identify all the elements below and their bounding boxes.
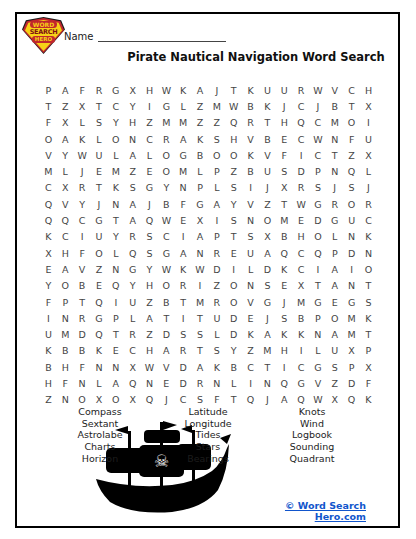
grid-cell: R xyxy=(175,343,192,359)
word-item: Sextant xyxy=(48,418,152,430)
grid-cell: N xyxy=(259,375,276,391)
grid-cell: K xyxy=(192,131,209,147)
grid-cell: C xyxy=(310,147,327,163)
grid-cell: I xyxy=(293,343,310,359)
grid-cell: V xyxy=(242,294,259,310)
grid-cell: Y xyxy=(141,261,158,277)
grid-cell: W xyxy=(192,261,209,277)
grid-cell: Z xyxy=(141,115,158,131)
grid-cell: N xyxy=(310,326,327,342)
grid-cell: C xyxy=(343,82,360,98)
grid-cell: S xyxy=(276,310,293,326)
grid-cell: T xyxy=(326,147,343,163)
grid-cell: K xyxy=(40,343,57,359)
grid-cell: L xyxy=(124,310,141,326)
logo-hero: HERO xyxy=(32,36,55,43)
grid-cell: Q xyxy=(107,278,124,294)
grid-cell: A xyxy=(175,245,192,261)
word-search-hero-link[interactable]: © Word Search Hero.com xyxy=(238,500,366,522)
grid-cell: K xyxy=(276,326,293,342)
grid-cell: M xyxy=(107,163,124,179)
grid-cell: J xyxy=(259,310,276,326)
grid-cell: N xyxy=(74,375,91,391)
grid-cell: T xyxy=(175,294,192,310)
grid-cell: B xyxy=(57,343,74,359)
grid-cell: Q xyxy=(276,245,293,261)
grid-cell: J xyxy=(276,294,293,310)
grid-cell: T xyxy=(107,326,124,342)
grid-cell: L xyxy=(91,375,108,391)
grid-cell: G xyxy=(310,294,327,310)
grid-cell: U xyxy=(259,163,276,179)
name-label: Name xyxy=(64,31,94,42)
grid-cell: Z xyxy=(91,261,108,277)
grid-cell: Q xyxy=(343,163,360,179)
grid-cell: A xyxy=(57,261,74,277)
grid-cell: D xyxy=(225,310,242,326)
grid-cell: G xyxy=(343,294,360,310)
name-row: Name xyxy=(64,31,226,42)
grid-cell: F xyxy=(74,82,91,98)
grid-cell: J xyxy=(276,98,293,114)
grid-cell: C xyxy=(293,131,310,147)
grid-cell: S xyxy=(225,212,242,228)
grid-cell: M xyxy=(259,343,276,359)
grid-cell: Z xyxy=(192,98,209,114)
grid-cell: H xyxy=(57,359,74,375)
grid-cell: I xyxy=(242,180,259,196)
name-blank-line xyxy=(98,31,226,42)
grid-cell: U xyxy=(91,147,108,163)
grid-cell: F xyxy=(74,245,91,261)
grid-cell: B xyxy=(242,98,259,114)
grid-cell: U xyxy=(242,245,259,261)
grid-cell: K xyxy=(360,229,377,245)
grid-cell: Y xyxy=(124,98,141,114)
grid-cell: Q xyxy=(276,375,293,391)
grid-cell: K xyxy=(107,180,124,196)
grid-cell: S xyxy=(208,343,225,359)
grid-cell: V xyxy=(242,131,259,147)
grid-cell: E xyxy=(242,310,259,326)
grid-cell: T xyxy=(310,278,327,294)
grid-cell: U xyxy=(343,212,360,228)
word-item: Logbook xyxy=(260,429,364,441)
grid-cell: D xyxy=(343,375,360,391)
grid-cell: M xyxy=(208,98,225,114)
grid-cell: X xyxy=(124,359,141,375)
grid-cell: S xyxy=(360,294,377,310)
grid-cell: C xyxy=(124,343,141,359)
grid-cell: N xyxy=(141,375,158,391)
word-item: Sounding xyxy=(260,441,364,453)
grid-cell: R xyxy=(74,180,91,196)
grid-cell: E xyxy=(175,212,192,228)
grid-cell: X xyxy=(276,180,293,196)
grid-cell: N xyxy=(107,196,124,212)
grid-cell: F xyxy=(40,294,57,310)
grid-cell: O xyxy=(158,278,175,294)
grid-cell: D xyxy=(208,261,225,277)
grid-cell: K xyxy=(242,82,259,98)
grid-cell: C xyxy=(158,229,175,245)
grid-cell: U xyxy=(259,82,276,98)
grid-cell: P xyxy=(360,343,377,359)
grid-cell: Y xyxy=(124,278,141,294)
word-item: Tides xyxy=(156,429,260,441)
grid-cell: O xyxy=(259,212,276,228)
grid-cell: O xyxy=(91,245,108,261)
grid-cell: E xyxy=(91,163,108,179)
grid-cell: O xyxy=(225,147,242,163)
grid-cell: C xyxy=(107,98,124,114)
grid-cell: T xyxy=(259,115,276,131)
grid-cell: V xyxy=(310,375,327,391)
grid-cell: Y xyxy=(107,115,124,131)
grid-cell: N xyxy=(208,375,225,391)
grid-cell: I xyxy=(141,98,158,114)
grid-cell: Y xyxy=(107,229,124,245)
grid-cell: A xyxy=(192,229,209,245)
grid-cell: D xyxy=(293,163,310,179)
grid-cell: U xyxy=(91,229,108,245)
grid-cell: F xyxy=(343,131,360,147)
grid-cell: N xyxy=(326,131,343,147)
grid-cell: S xyxy=(259,278,276,294)
word-item: Astrolabe xyxy=(48,429,152,441)
grid-cell: N xyxy=(175,180,192,196)
grid-cell: H xyxy=(360,82,377,98)
grid-cell: G xyxy=(91,212,108,228)
grid-cell: A xyxy=(124,196,141,212)
grid-cell: R xyxy=(208,294,225,310)
grid-cell: Q xyxy=(91,294,108,310)
grid-cell: J xyxy=(360,180,377,196)
grid-cell: U xyxy=(276,82,293,98)
grid-cell: A xyxy=(326,278,343,294)
grid-cell: B xyxy=(293,310,310,326)
grid-cell: S xyxy=(326,359,343,375)
grid-cell: X xyxy=(57,115,74,131)
grid-cell: W xyxy=(293,196,310,212)
grid-cell: B xyxy=(326,98,343,114)
grid-cell: D xyxy=(74,326,91,342)
grid-cell: G xyxy=(293,375,310,391)
grid-cell: K xyxy=(175,261,192,277)
grid-cell: S xyxy=(141,229,158,245)
grid-cell: Z xyxy=(124,163,141,179)
grid-cell: H xyxy=(57,245,74,261)
grid-cell: A xyxy=(124,147,141,163)
word-item: Horizon xyxy=(48,453,152,465)
grid-cell: Q xyxy=(225,115,242,131)
grid-cell: Z xyxy=(343,147,360,163)
grid-cell: B xyxy=(40,359,57,375)
grid-cell: I xyxy=(276,359,293,375)
grid-cell: C xyxy=(360,212,377,228)
grid-cell: S xyxy=(91,115,108,131)
grid-cell: L xyxy=(360,163,377,179)
grid-cell: Y xyxy=(40,278,57,294)
grid-cell: X xyxy=(360,147,377,163)
grid-cell: M xyxy=(57,326,74,342)
grid-cell: U xyxy=(360,131,377,147)
grid-cell: M xyxy=(40,163,57,179)
grid-cell: I xyxy=(107,294,124,310)
grid-cell: T xyxy=(225,82,242,98)
grid-cell: L xyxy=(91,131,108,147)
page-title: Pirate Nautical Navigation Word Search xyxy=(116,50,396,64)
word-item: Longitude xyxy=(156,418,260,430)
grid-cell: Y xyxy=(158,180,175,196)
grid-cell: X xyxy=(343,343,360,359)
grid-cell: P xyxy=(310,163,327,179)
grid-cell: L xyxy=(242,261,259,277)
grid-cell: X xyxy=(360,359,377,375)
grid-cell: E xyxy=(158,375,175,391)
word-item: Charts xyxy=(48,441,152,453)
grid-cell: R xyxy=(192,375,209,391)
grid-cell: P xyxy=(208,229,225,245)
grid-cell: B xyxy=(225,359,242,375)
grid-cell: H xyxy=(293,229,310,245)
grid-cell: I xyxy=(175,310,192,326)
grid-cell: I xyxy=(208,212,225,228)
grid-cell: B xyxy=(259,131,276,147)
grid-cell: Q xyxy=(124,375,141,391)
grid-cell: C xyxy=(293,245,310,261)
grid-cell: I xyxy=(74,229,91,245)
grid-cell: O xyxy=(225,278,242,294)
grid-cell: A xyxy=(57,131,74,147)
grid-cell: H xyxy=(276,343,293,359)
grid-cell: S xyxy=(276,163,293,179)
grid-cell: Z xyxy=(141,326,158,342)
grid-cell: G xyxy=(310,359,327,375)
grid-cell: S xyxy=(343,180,360,196)
grid-cell: H xyxy=(225,131,242,147)
grid-cell: O xyxy=(208,147,225,163)
grid-cell: Z xyxy=(225,163,242,179)
grid-cell: W xyxy=(141,359,158,375)
grid-cell: E xyxy=(293,212,310,228)
grid-cell: V xyxy=(259,147,276,163)
grid-cell: P xyxy=(310,310,327,326)
grid-cell: T xyxy=(343,98,360,114)
grid-cell: B xyxy=(158,294,175,310)
grid-cell: J xyxy=(74,163,91,179)
grid-cell: G xyxy=(310,196,327,212)
grid-cell: L xyxy=(57,163,74,179)
grid-cell: K xyxy=(293,326,310,342)
grid-cell: A xyxy=(192,359,209,375)
grid-cell: A xyxy=(124,212,141,228)
grid-cell: G xyxy=(175,147,192,163)
grid-cell: O xyxy=(326,310,343,326)
grid-cell: H xyxy=(141,278,158,294)
grid-cell: G xyxy=(259,294,276,310)
grid-cell: C xyxy=(293,359,310,375)
grid-cell: D xyxy=(310,212,327,228)
grid-cell: U xyxy=(124,294,141,310)
grid-cell: U xyxy=(40,326,57,342)
grid-cell: S xyxy=(175,326,192,342)
grid-cell: I xyxy=(343,261,360,277)
grid-cell: T xyxy=(360,278,377,294)
grid-cell: S xyxy=(124,180,141,196)
grid-cell: N xyxy=(107,359,124,375)
grid-cell: N xyxy=(192,245,209,261)
grid-cell: J xyxy=(91,196,108,212)
grid-cell: Y xyxy=(74,196,91,212)
grid-cell: Z xyxy=(242,343,259,359)
grid-cell: V xyxy=(57,196,74,212)
grid-cell: F xyxy=(57,375,74,391)
grid-cell: S xyxy=(141,245,158,261)
grid-cell: G xyxy=(141,180,158,196)
grid-cell: O xyxy=(225,294,242,310)
grid-cell: R xyxy=(360,196,377,212)
grid-cell: I xyxy=(192,278,209,294)
grid-cell: T xyxy=(91,98,108,114)
grid-cell: D xyxy=(175,359,192,375)
grid-cell: A xyxy=(192,82,209,98)
grid-cell: E xyxy=(107,343,124,359)
grid-cell: K xyxy=(40,229,57,245)
grid-cell: T xyxy=(276,196,293,212)
grid-cell: J xyxy=(208,82,225,98)
grid-cell: O xyxy=(360,261,377,277)
grid-cell: G xyxy=(192,196,209,212)
grid-cell: R xyxy=(124,229,141,245)
grid-cell: V xyxy=(242,196,259,212)
grid-cell: C xyxy=(40,180,57,196)
grid-cell: O xyxy=(343,115,360,131)
grid-cell: H xyxy=(276,115,293,131)
grid-cell: G xyxy=(326,212,343,228)
grid-cell: S xyxy=(208,131,225,147)
grid-cell: M xyxy=(175,115,192,131)
grid-cell: W xyxy=(158,212,175,228)
grid-cell: X xyxy=(57,180,74,196)
grid-cell: Q xyxy=(293,115,310,131)
grid-cell: L xyxy=(192,163,209,179)
grid-cell: N xyxy=(57,310,74,326)
grid-cell: M xyxy=(343,326,360,342)
grid-cell: M xyxy=(326,115,343,131)
grid-cell: E xyxy=(225,245,242,261)
grid-cell: C xyxy=(74,212,91,228)
grid-cell: A xyxy=(141,310,158,326)
word-list-column-1: CompassSextantAstrolabeChartsHorizon xyxy=(48,406,152,465)
grid-cell: M xyxy=(158,115,175,131)
grid-cell: C xyxy=(141,131,158,147)
grid-cell: R xyxy=(208,245,225,261)
grid-cell: R xyxy=(74,310,91,326)
grid-cell: P xyxy=(343,359,360,375)
grid-cell: L xyxy=(310,343,327,359)
grid-cell: T xyxy=(40,98,57,114)
grid-cell: T xyxy=(74,294,91,310)
grid-cell: X xyxy=(293,278,310,294)
grid-cell: T xyxy=(158,310,175,326)
grid-cell: A xyxy=(57,82,74,98)
grid-cell: O xyxy=(158,147,175,163)
grid-cell: T xyxy=(107,212,124,228)
grid-cell: J xyxy=(141,196,158,212)
grid-cell: C xyxy=(242,359,259,375)
grid-cell: D xyxy=(259,261,276,277)
word-list-column-3: KnotsWindLogbookSoundingQuadrant xyxy=(260,406,364,465)
grid-cell: I xyxy=(40,310,57,326)
grid-cell: T xyxy=(91,180,108,196)
word-item: Quadrant xyxy=(260,453,364,465)
grid-cell: A xyxy=(175,131,192,147)
grid-cell: Z xyxy=(208,115,225,131)
grid-cell: P xyxy=(40,82,57,98)
grid-cell: Z xyxy=(141,294,158,310)
grid-cell: M xyxy=(343,310,360,326)
grid-cell: D xyxy=(225,326,242,342)
word-item: Knots xyxy=(260,406,364,418)
grid-cell: L xyxy=(141,147,158,163)
grid-cell: H xyxy=(141,343,158,359)
grid-cell: T xyxy=(225,229,242,245)
grid-cell: D xyxy=(175,375,192,391)
grid-cell: F xyxy=(175,196,192,212)
grid-cell: P xyxy=(326,245,343,261)
grid-cell: M xyxy=(175,163,192,179)
grid-cell: M xyxy=(293,294,310,310)
grid-cell: J xyxy=(259,180,276,196)
word-item: Stars xyxy=(156,441,260,453)
grid-cell: Q xyxy=(141,212,158,228)
grid-cell: L xyxy=(208,180,225,196)
grid-cell: B xyxy=(74,278,91,294)
grid-cell: E xyxy=(276,131,293,147)
grid-cell: S xyxy=(310,180,327,196)
grid-cell: H xyxy=(141,82,158,98)
grid-cell: K xyxy=(360,310,377,326)
grid-cell: B xyxy=(158,196,175,212)
grid-cell: N xyxy=(124,131,141,147)
grid-cell: W xyxy=(310,131,327,147)
grid-cell: D xyxy=(158,326,175,342)
grid-cell: Z xyxy=(208,278,225,294)
grid-cell: Q xyxy=(40,196,57,212)
word-item: Compass xyxy=(48,406,152,418)
grid-cell: V xyxy=(40,147,57,163)
grid-cell: U xyxy=(208,310,225,326)
grid-cell: Q xyxy=(310,245,327,261)
word-search-hero-logo: WORD SEARCH HERO xyxy=(22,17,65,54)
grid-cell: K xyxy=(276,261,293,277)
grid-cell: J xyxy=(310,98,327,114)
word-item: Latitude xyxy=(156,406,260,418)
grid-cell: P xyxy=(192,180,209,196)
grid-cell: H xyxy=(124,115,141,131)
grid-cell: R xyxy=(124,326,141,342)
grid-cell: J xyxy=(326,180,343,196)
grid-cell: K xyxy=(208,359,225,375)
grid-cell: O xyxy=(158,163,175,179)
grid-cell: I xyxy=(225,261,242,277)
grid-cell: P xyxy=(107,310,124,326)
grid-cell: Q xyxy=(57,212,74,228)
grid-cell: V xyxy=(158,359,175,375)
grid-cell: A xyxy=(326,261,343,277)
grid-cell: T xyxy=(192,343,209,359)
